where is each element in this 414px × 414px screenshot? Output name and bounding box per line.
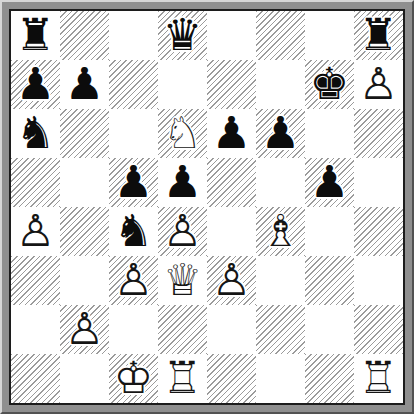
square-a5[interactable] xyxy=(11,158,60,207)
square-c6[interactable] xyxy=(109,109,158,158)
square-c5[interactable]: ♟ xyxy=(109,158,158,207)
square-g3[interactable] xyxy=(305,256,354,305)
square-h1[interactable]: ♜♖ xyxy=(354,354,403,403)
piece-fill-wB-f4: ♝ xyxy=(256,207,305,255)
square-b3[interactable] xyxy=(60,256,109,305)
square-g4[interactable] xyxy=(305,207,354,256)
square-g2[interactable] xyxy=(305,305,354,354)
square-a7[interactable]: ♟ xyxy=(11,60,60,109)
square-e3[interactable]: ♟♙ xyxy=(207,256,256,305)
piece-wP-c3: ♙ xyxy=(109,256,158,304)
square-h7[interactable]: ♟♙ xyxy=(354,60,403,109)
square-d4[interactable]: ♟♙ xyxy=(158,207,207,256)
piece-fill-wR-d1: ♜ xyxy=(158,354,207,402)
piece-bR-a8: ♜ xyxy=(11,11,60,59)
square-d3[interactable]: ♛♕ xyxy=(158,256,207,305)
square-f5[interactable] xyxy=(256,158,305,207)
square-g1[interactable] xyxy=(305,354,354,403)
square-a3[interactable] xyxy=(11,256,60,305)
square-a6[interactable]: ♞ xyxy=(11,109,60,158)
square-c2[interactable] xyxy=(109,305,158,354)
board-border: ♜♛♜♟♟♚♟♙♞♞♘♟♟♟♟♟♟♙♞♟♙♝♗♟♙♛♕♟♙♟♙♚♔♜♖♜♖ xyxy=(9,9,405,405)
piece-fill-wQ-d3: ♛ xyxy=(158,256,207,304)
square-e2[interactable] xyxy=(207,305,256,354)
piece-fill-wP-b2: ♟ xyxy=(60,305,109,353)
square-e7[interactable] xyxy=(207,60,256,109)
square-c1[interactable]: ♚♔ xyxy=(109,354,158,403)
piece-fill-wP-h7: ♟ xyxy=(354,60,403,108)
piece-bP-b7: ♟ xyxy=(60,60,109,108)
square-c7[interactable] xyxy=(109,60,158,109)
piece-fill-wP-e3: ♟ xyxy=(207,256,256,304)
chess-board: ♜♛♜♟♟♚♟♙♞♞♘♟♟♟♟♟♟♙♞♟♙♝♗♟♙♛♕♟♙♟♙♚♔♜♖♜♖ xyxy=(11,11,403,403)
piece-wP-a4: ♙ xyxy=(11,207,60,255)
square-b8[interactable] xyxy=(60,11,109,60)
piece-fill-wK-c1: ♚ xyxy=(109,354,158,402)
board-frame: ♜♛♜♟♟♚♟♙♞♞♘♟♟♟♟♟♟♙♞♟♙♝♗♟♙♛♕♟♙♟♙♚♔♜♖♜♖ xyxy=(0,0,414,414)
piece-fill-wP-c3: ♟ xyxy=(109,256,158,304)
piece-fill-wP-a4: ♟ xyxy=(11,207,60,255)
square-b2[interactable]: ♟♙ xyxy=(60,305,109,354)
square-h6[interactable] xyxy=(354,109,403,158)
piece-bP-a7: ♟ xyxy=(11,60,60,108)
piece-wQ-d3: ♕ xyxy=(158,256,207,304)
square-b6[interactable] xyxy=(60,109,109,158)
piece-bK-g7: ♚ xyxy=(305,60,354,108)
piece-wK-c1: ♔ xyxy=(109,354,158,402)
piece-wN-d6: ♘ xyxy=(158,109,207,157)
square-h2[interactable] xyxy=(354,305,403,354)
square-e5[interactable] xyxy=(207,158,256,207)
piece-fill-wR-h1: ♜ xyxy=(354,354,403,402)
square-c4[interactable]: ♞ xyxy=(109,207,158,256)
square-b7[interactable]: ♟ xyxy=(60,60,109,109)
piece-wP-b2: ♙ xyxy=(60,305,109,353)
square-g5[interactable]: ♟ xyxy=(305,158,354,207)
square-a4[interactable]: ♟♙ xyxy=(11,207,60,256)
square-h8[interactable]: ♜ xyxy=(354,11,403,60)
square-f7[interactable] xyxy=(256,60,305,109)
square-b5[interactable] xyxy=(60,158,109,207)
square-d5[interactable]: ♟ xyxy=(158,158,207,207)
square-d1[interactable]: ♜♖ xyxy=(158,354,207,403)
square-h4[interactable] xyxy=(354,207,403,256)
square-a1[interactable] xyxy=(11,354,60,403)
square-h5[interactable] xyxy=(354,158,403,207)
square-d6[interactable]: ♞♘ xyxy=(158,109,207,158)
square-f8[interactable] xyxy=(256,11,305,60)
square-g8[interactable] xyxy=(305,11,354,60)
piece-bQ-d8: ♛ xyxy=(158,11,207,59)
piece-bN-a6: ♞ xyxy=(11,109,60,157)
piece-bP-c5: ♟ xyxy=(109,158,158,206)
piece-bP-g5: ♟ xyxy=(305,158,354,206)
piece-fill-wP-d4: ♟ xyxy=(158,207,207,255)
square-c8[interactable] xyxy=(109,11,158,60)
piece-wB-f4: ♗ xyxy=(256,207,305,255)
piece-wR-d1: ♖ xyxy=(158,354,207,402)
piece-bP-d5: ♟ xyxy=(158,158,207,206)
square-f6[interactable]: ♟ xyxy=(256,109,305,158)
square-b4[interactable] xyxy=(60,207,109,256)
square-f1[interactable] xyxy=(256,354,305,403)
square-h3[interactable] xyxy=(354,256,403,305)
piece-bR-h8: ♜ xyxy=(354,11,403,59)
piece-wP-d4: ♙ xyxy=(158,207,207,255)
square-g7[interactable]: ♚ xyxy=(305,60,354,109)
piece-bP-f6: ♟ xyxy=(256,109,305,157)
square-e4[interactable] xyxy=(207,207,256,256)
piece-wP-h7: ♙ xyxy=(354,60,403,108)
square-d2[interactable] xyxy=(158,305,207,354)
square-b1[interactable] xyxy=(60,354,109,403)
square-a8[interactable]: ♜ xyxy=(11,11,60,60)
square-f3[interactable] xyxy=(256,256,305,305)
square-d7[interactable] xyxy=(158,60,207,109)
square-f2[interactable] xyxy=(256,305,305,354)
square-f4[interactable]: ♝♗ xyxy=(256,207,305,256)
piece-bN-c4: ♞ xyxy=(109,207,158,255)
square-d8[interactable]: ♛ xyxy=(158,11,207,60)
piece-wR-h1: ♖ xyxy=(354,354,403,402)
square-a2[interactable] xyxy=(11,305,60,354)
square-e1[interactable] xyxy=(207,354,256,403)
piece-bP-e6: ♟ xyxy=(207,109,256,157)
piece-wP-e3: ♙ xyxy=(207,256,256,304)
square-g6[interactable] xyxy=(305,109,354,158)
square-c3[interactable]: ♟♙ xyxy=(109,256,158,305)
piece-fill-wN-d6: ♞ xyxy=(158,109,207,157)
square-e6[interactable]: ♟ xyxy=(207,109,256,158)
square-e8[interactable] xyxy=(207,11,256,60)
